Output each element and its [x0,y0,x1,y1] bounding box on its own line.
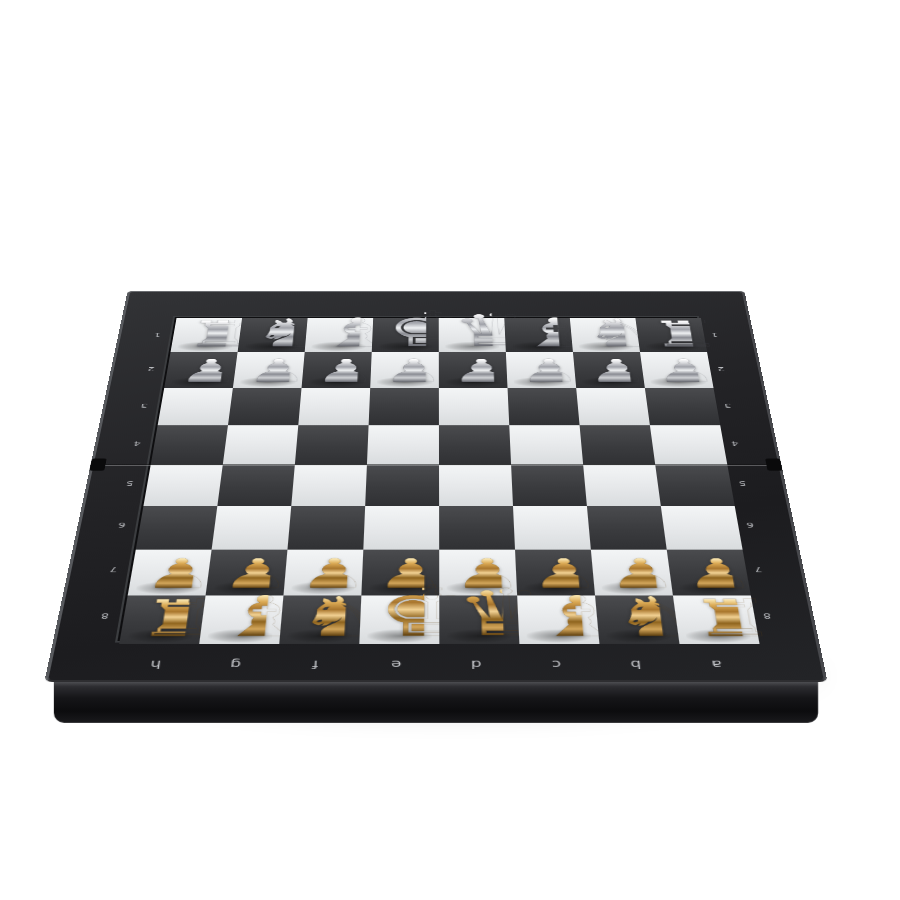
rank-label-right-8: 8 [762,611,771,620]
square-g6 [212,506,292,550]
square-h2: ♟ [164,352,237,388]
square-g2: ♟ [233,352,305,388]
square-b2: ♟ [573,352,645,388]
piece-gold-rook-a8: ♜ [688,599,743,638]
piece-silver-pawn-g2: ♟ [246,359,291,383]
piece-gold-king-e8: ♚ [375,585,425,638]
square-f5 [291,465,367,506]
file-label-g: g [230,657,242,670]
board-front-edge [54,680,818,723]
piece-silver-pawn-h2: ♟ [178,359,224,383]
piece-gold-pawn-h7: ♟ [143,559,195,590]
rank-label-left-1: 1 [154,332,162,338]
square-c3 [508,388,580,425]
rank-label-left-8: 8 [100,611,109,620]
piece-silver-pawn-e2: ♟ [383,359,426,383]
square-f3 [298,388,370,425]
square-d3 [439,388,509,425]
square-g3 [228,388,302,425]
square-g5 [217,465,295,506]
square-g7: ♟ [206,550,288,596]
piece-silver-pawn-a2: ♟ [654,359,700,383]
piece-silver-bishop-f1: ♝ [318,318,361,348]
square-f7: ♟ [283,550,363,596]
square-h3 [158,388,233,425]
piece-silver-knight-g1: ♞ [251,318,295,347]
square-d6 [439,506,515,550]
square-d5 [439,465,513,506]
rank-label-right-5: 5 [738,479,746,486]
rank-label-left-7: 7 [109,565,118,573]
square-h5 [143,465,222,506]
piece-gold-pawn-g7: ♟ [221,559,272,590]
piece-shadow-c8 [526,630,591,643]
rank-label-left-3: 3 [140,402,148,409]
board-squares: ♜♞♝♚♛♝♞♜♟♟♟♟♟♟♟♟♟♟♟♟♟♟♟♟♜♝♞♚♛♝♞♜ [120,318,752,640]
piece-gold-pawn-f7: ♟ [299,559,349,590]
piece-shadow-e8 [367,630,431,643]
piece-shadow-f8 [287,630,352,643]
square-f8: ♞ [279,595,361,643]
square-e4 [367,425,439,464]
file-label-e: e [391,657,402,670]
rank-label-left-5: 5 [125,479,133,486]
square-e3 [369,388,439,425]
piece-silver-king-e1: ♚ [385,311,427,348]
piece-gold-pawn-a7: ♟ [682,559,735,590]
piece-shadow-b8 [606,630,672,643]
square-b5 [583,465,661,506]
square-a3 [645,388,720,425]
piece-gold-knight-b8: ♞ [610,596,664,638]
square-e8: ♚ [359,595,439,643]
file-label-c: c [551,657,561,670]
piece-silver-bishop-c1: ♝ [517,318,560,348]
square-c5 [511,465,587,506]
piece-shadow-f7 [291,582,354,594]
square-b4 [580,425,656,464]
piece-shadow-g7 [213,582,277,594]
piece-gold-pawn-b7: ♟ [606,559,657,590]
square-f6 [287,506,365,550]
square-h4 [151,425,228,464]
square-b7: ♟ [591,550,673,596]
square-h7: ♟ [128,550,212,596]
square-e7: ♟ [361,550,439,596]
piece-shadow-a8 [685,630,751,643]
square-h1: ♜ [171,318,243,352]
rank-label-right-7: 7 [754,565,763,573]
square-b3 [576,388,650,425]
piece-gold-rook-h8: ♜ [135,599,190,638]
square-g8: ♝ [199,595,283,643]
piece-shadow-c7 [524,582,587,594]
piece-shadow-b7 [601,582,665,594]
square-b8: ♞ [595,595,679,643]
square-f2: ♟ [302,352,372,388]
file-label-f: f [312,657,319,670]
piece-silver-pawn-f2: ♟ [315,359,359,383]
square-c8: ♝ [517,595,599,643]
piece-shadow-g8 [207,630,273,643]
piece-gold-pawn-e7: ♟ [376,559,424,590]
rank-label-left-2: 2 [147,366,155,372]
square-f4 [295,425,369,464]
square-e5 [365,465,439,506]
piece-shadow-h7 [135,582,199,594]
square-d8: ♛ [439,595,519,643]
rank-label-left-6: 6 [118,521,127,529]
piece-gold-bishop-g8: ♝ [215,595,269,638]
square-c7: ♟ [515,550,595,596]
piece-shadow-h8 [127,630,193,643]
piece-silver-pawn-b2: ♟ [586,359,631,383]
rank-label-left-4: 4 [133,440,141,447]
square-c2: ♟ [506,352,576,388]
file-label-d: d [471,657,482,670]
file-labels-strip: hgfedcba [112,644,760,684]
square-a4 [650,425,727,464]
file-label-b: b [630,657,642,670]
piece-silver-pawn-d2: ♟ [452,359,495,383]
square-c4 [509,425,583,464]
rank-label-right-6: 6 [746,521,755,529]
square-e2: ♟ [370,352,439,388]
chess-board: ♜♞♝♚♛♝♞♜♟♟♟♟♟♟♟♟♟♟♟♟♟♟♟♟♜♝♞♚♛♝♞♜ hgfedcb… [44,291,827,682]
square-h6 [136,506,218,550]
piece-gold-pawn-c7: ♟ [530,559,580,590]
rank-label-right-3: 3 [724,402,732,409]
chess-set-photo: ♜♞♝♚♛♝♞♜♟♟♟♟♟♟♟♟♟♟♟♟♟♟♟♟♜♝♞♚♛♝♞♜ hgfedcb… [0,0,900,900]
piece-silver-rook-a1: ♜ [648,320,693,347]
piece-gold-queen-d8: ♛ [454,589,504,638]
square-b6 [587,506,667,550]
rank-label-right-4: 4 [731,440,739,447]
square-a2: ♟ [640,352,713,388]
rank-label-right-2: 2 [717,366,725,372]
square-d7: ♟ [439,550,517,596]
piece-shadow-d7 [447,582,510,594]
square-c6 [513,506,591,550]
square-d4 [439,425,511,464]
square-g4 [223,425,299,464]
piece-shadow-e7 [369,582,432,594]
piece-silver-pawn-c2: ♟ [519,359,563,383]
file-label-a: a [710,657,722,670]
piece-silver-rook-h1: ♜ [184,320,229,347]
square-e6 [363,506,439,550]
piece-shadow-a7 [679,582,743,594]
piece-gold-bishop-c8: ♝ [532,595,584,638]
board-fold-hinge-line [97,464,774,466]
piece-gold-knight-f8: ♞ [295,596,347,638]
square-h8: ♜ [119,595,205,643]
piece-gold-pawn-d7: ♟ [454,559,502,590]
piece-shadow-d8 [447,630,512,643]
square-d2: ♟ [439,352,508,388]
file-label-h: h [149,657,162,670]
